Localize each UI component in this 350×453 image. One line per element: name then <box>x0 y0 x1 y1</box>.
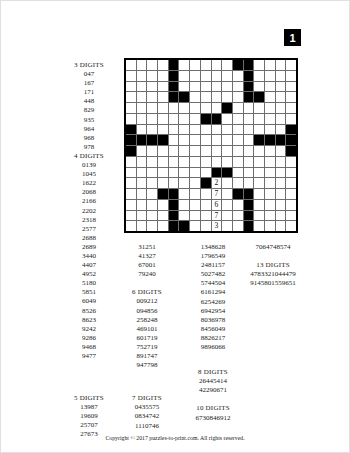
grid-cell <box>212 157 222 167</box>
digit-group: 3 DIGITS047167171448829935964968978 <box>59 61 119 152</box>
grid-cell <box>276 221 286 231</box>
grid-cell-black <box>169 200 179 210</box>
grid-cell-given: 7 <box>212 211 222 221</box>
grid-cell-black <box>244 189 254 199</box>
fill-in-number: 094856 <box>119 307 175 316</box>
grid-cell <box>276 103 286 113</box>
grid-cell <box>190 114 200 124</box>
grid-cell <box>286 168 296 178</box>
fill-in-number: 31251 <box>119 243 175 252</box>
fill-in-number: 935 <box>59 116 119 125</box>
digit-group: 1348628179654924811575027482574450461612… <box>183 243 243 352</box>
grid-cell <box>286 211 296 221</box>
grid-cell <box>147 114 157 124</box>
digit-group: 5 DIGITS13987196092570727673 <box>59 394 119 439</box>
grid-cell <box>147 82 157 92</box>
grid-cell <box>126 211 136 221</box>
grid-cell-black <box>201 114 211 124</box>
grid-cell <box>137 168 147 178</box>
grid-cell <box>158 178 168 188</box>
grid-cell <box>254 168 264 178</box>
grid-cell <box>158 103 168 113</box>
grid-cell-black <box>244 60 254 70</box>
grid-cell-black <box>254 92 264 102</box>
fill-in-number: 0834742 <box>119 412 175 421</box>
grid-cell <box>222 200 232 210</box>
grid-cell <box>254 200 264 210</box>
grid-cell <box>201 157 211 167</box>
grid-cell <box>179 146 189 156</box>
grid-cell <box>137 60 147 70</box>
fill-in-number: 6049 <box>59 297 119 306</box>
grid-cell <box>254 157 264 167</box>
fill-in-number: 167 <box>59 79 119 88</box>
fill-in-number: 009212 <box>119 297 175 306</box>
fill-in-number: 5744504 <box>183 279 243 288</box>
grid-cell-black <box>137 135 147 145</box>
grid-cell <box>190 146 200 156</box>
grid-cell <box>201 200 211 210</box>
grid-cell <box>147 211 157 221</box>
grid-cell <box>254 114 264 124</box>
grid-cell-black <box>169 92 179 102</box>
copyright-line: Copyright © 2017 puzzles-to-print.com. A… <box>1 435 349 441</box>
grid-cell <box>169 103 179 113</box>
digit-group: 31251413276700179240 <box>119 243 175 279</box>
fill-in-number: 601719 <box>119 334 175 343</box>
grid-cell <box>126 60 136 70</box>
grid-cell-black <box>244 200 254 210</box>
grid-cell-black <box>158 135 168 145</box>
grid-cell-black <box>169 211 179 221</box>
grid-cell <box>201 71 211 81</box>
fill-in-number: 1622 <box>59 179 119 188</box>
grid-cell <box>276 200 286 210</box>
fill-in-number: 964 <box>59 125 119 134</box>
grid-cell <box>222 146 232 156</box>
grid-cell-given: 2 <box>212 178 222 188</box>
grid-cell <box>147 157 157 167</box>
grid-cell <box>179 211 189 221</box>
fill-in-number: 1045 <box>59 170 119 179</box>
grid-cell <box>158 125 168 135</box>
grid-cell <box>276 82 286 92</box>
grid-cell <box>233 125 243 135</box>
grid-cell <box>233 82 243 92</box>
grid-cell <box>158 146 168 156</box>
grid-cell-given: 7 <box>212 189 222 199</box>
grid-cell <box>286 200 296 210</box>
grid-cell <box>201 60 211 70</box>
fill-in-number: 4407 <box>59 261 119 270</box>
grid-cell <box>276 60 286 70</box>
grid-cell <box>126 71 136 81</box>
fill-in-number: 8826217 <box>183 334 243 343</box>
grid-cell <box>212 125 222 135</box>
grid-cell <box>244 125 254 135</box>
grid-cell <box>137 157 147 167</box>
fill-in-number: 6254269 <box>183 298 243 307</box>
grid-cell <box>190 125 200 135</box>
fill-in-number: 2318 <box>59 216 119 225</box>
grid-cell <box>147 60 157 70</box>
grid-cell <box>190 71 200 81</box>
grid-cell-black <box>244 82 254 92</box>
grid-cell <box>233 211 243 221</box>
grid-cell <box>233 146 243 156</box>
grid-cell <box>244 114 254 124</box>
grid-cell <box>254 71 264 81</box>
grid-cell <box>276 178 286 188</box>
grid-cell <box>147 200 157 210</box>
digits-header: 7 DIGITS <box>119 394 175 403</box>
fill-in-number: 978 <box>59 143 119 152</box>
grid-cell <box>126 189 136 199</box>
grid-cell <box>222 157 232 167</box>
grid-cell <box>244 178 254 188</box>
grid-cell <box>126 103 136 113</box>
grid-cell <box>265 157 275 167</box>
digit-group: 7064748574 <box>235 243 311 252</box>
grid-cell <box>201 146 211 156</box>
fill-in-number: 2481157 <box>183 261 243 270</box>
grid-cell <box>265 60 275 70</box>
grid-cell-black <box>244 92 254 102</box>
grid-cell <box>190 92 200 102</box>
grid-cell <box>265 146 275 156</box>
grid-cell <box>147 189 157 199</box>
grid-cell <box>137 82 147 92</box>
grid-cell <box>179 178 189 188</box>
grid-cell <box>147 71 157 81</box>
grid-cell <box>254 178 264 188</box>
grid-cell <box>158 60 168 70</box>
grid-cell-black <box>169 60 179 70</box>
grid-cell <box>233 178 243 188</box>
grid-cell <box>169 135 179 145</box>
grid-cell <box>244 168 254 178</box>
grid-cell <box>286 221 296 231</box>
grid-cell-black <box>244 71 254 81</box>
fill-in-number: 67001 <box>119 261 175 270</box>
grid-cell <box>233 114 243 124</box>
grid-cell <box>137 71 147 81</box>
grid-cell <box>212 103 222 113</box>
grid-cell <box>276 157 286 167</box>
grid-cell <box>190 189 200 199</box>
digits-header: 13 DIGITS <box>235 261 311 270</box>
grid-cell-black <box>212 114 222 124</box>
grid-cell <box>222 221 232 231</box>
grid-cell <box>190 135 200 145</box>
grid-cell <box>137 114 147 124</box>
fill-in-number: 2689 <box>59 243 119 252</box>
number-list-column-1: 3 DIGITS0471671714488299359649689784 DIG… <box>59 61 119 440</box>
grid-cell <box>254 82 264 92</box>
grid-cell <box>158 168 168 178</box>
grid-cell <box>254 60 264 70</box>
grid-cell <box>169 157 179 167</box>
fill-in-number: 9145801559651 <box>235 279 311 288</box>
page-number: 1 <box>289 32 295 44</box>
grid-cell <box>201 211 211 221</box>
grid-cell <box>147 221 157 231</box>
grid-cell <box>276 114 286 124</box>
fill-in-number: 9896066 <box>183 343 243 352</box>
digit-group: 8 DIGITS2644541442290671 <box>183 368 243 395</box>
grid-cell <box>286 60 296 70</box>
grid-cell <box>212 146 222 156</box>
grid-cell <box>190 157 200 167</box>
grid-cell <box>265 125 275 135</box>
grid-cell-black <box>222 168 232 178</box>
grid-cell <box>169 114 179 124</box>
fill-in-number: 5027482 <box>183 270 243 279</box>
number-list-column-3: 1348628179654924811575027482574450461612… <box>183 243 243 423</box>
fill-in-number: 9242 <box>59 325 119 334</box>
grid-cell <box>179 82 189 92</box>
grid-cell-black <box>179 92 189 102</box>
grid-cell <box>212 60 222 70</box>
fill-in-number: 6730846912 <box>183 414 243 423</box>
fill-in-number: 5851 <box>59 288 119 297</box>
grid-cell <box>158 221 168 231</box>
digits-header: 6 DIGITS <box>119 288 175 297</box>
fill-in-number: 26445414 <box>183 377 243 386</box>
fill-in-number: 6942954 <box>183 307 243 316</box>
fill-in-number: 1110746 <box>119 422 175 431</box>
grid-cell <box>201 221 211 231</box>
fill-in-number: 047 <box>59 70 119 79</box>
grid-cell <box>137 189 147 199</box>
fill-in-number: 2688 <box>59 234 119 243</box>
grid-cell <box>179 157 189 167</box>
grid-cell <box>265 221 275 231</box>
grid-cell-given: 3 <box>212 221 222 231</box>
grid-cell-black <box>169 189 179 199</box>
grid-cell <box>190 200 200 210</box>
grid-cell-black <box>286 135 296 145</box>
grid-cell <box>190 168 200 178</box>
fill-in-number: 2068 <box>59 188 119 197</box>
digit-group: 4 DIGITS01391045162220682166220223182577… <box>59 152 119 361</box>
grid-cell <box>137 103 147 113</box>
grid-cell <box>222 211 232 221</box>
fill-in-number: 5180 <box>59 279 119 288</box>
grid-cell <box>137 221 147 231</box>
grid-cell <box>201 135 211 145</box>
fill-in-number: 8036978 <box>183 316 243 325</box>
grid-cell <box>254 211 264 221</box>
grid-cell <box>265 103 275 113</box>
fill-in-number: 9468 <box>59 343 119 352</box>
grid-cell-black <box>212 168 222 178</box>
grid-cell <box>190 221 200 231</box>
grid-cell <box>265 82 275 92</box>
grid-cell <box>158 92 168 102</box>
grid-cell-black <box>233 60 243 70</box>
grid-cell <box>222 60 232 70</box>
grid-cell <box>179 200 189 210</box>
grid-cell <box>147 146 157 156</box>
grid-cell <box>126 92 136 102</box>
grid-cell <box>158 157 168 167</box>
digit-group: 6 DIGITS00921209485625824846910160171975… <box>119 288 175 370</box>
puzzle-page: 1 27673 3 DIGITS047167171448829935964968… <box>0 0 350 453</box>
grid-cell <box>222 135 232 145</box>
grid-cell <box>286 92 296 102</box>
grid-cell <box>137 92 147 102</box>
grid-cell <box>286 157 296 167</box>
grid-cell-black <box>126 125 136 135</box>
grid-cell <box>222 114 232 124</box>
grid-cell <box>169 168 179 178</box>
fill-in-number: 41327 <box>119 252 175 261</box>
grid-cell <box>233 200 243 210</box>
grid-cell-black <box>169 71 179 81</box>
fill-in-number: 8526 <box>59 307 119 316</box>
grid-cell <box>254 221 264 231</box>
grid-cell <box>276 211 286 221</box>
fill-in-number: 448 <box>59 97 119 106</box>
fill-in-number: 4952 <box>59 270 119 279</box>
grid-cell <box>265 200 275 210</box>
grid-cell <box>126 157 136 167</box>
fill-in-number: 9286 <box>59 334 119 343</box>
grid-cell-black <box>179 221 189 231</box>
grid-cell <box>222 71 232 81</box>
grid-cell-black <box>265 135 275 145</box>
grid-cell <box>147 103 157 113</box>
grid-cell <box>276 71 286 81</box>
grid-cell <box>265 168 275 178</box>
fill-in-number: 0435575 <box>119 403 175 412</box>
fill-in-number: 469101 <box>119 325 175 334</box>
grid-cell <box>265 92 275 102</box>
grid-cell <box>126 82 136 92</box>
grid-cell <box>126 178 136 188</box>
fill-in-number: 8456049 <box>183 325 243 334</box>
grid-cell <box>201 189 211 199</box>
grid-cell <box>233 221 243 231</box>
grid-cell <box>137 200 147 210</box>
grid-cell-black <box>276 135 286 145</box>
grid-cell <box>169 146 179 156</box>
grid-cell <box>201 82 211 92</box>
fill-in-number: 9477 <box>59 352 119 361</box>
grid-cell <box>276 168 286 178</box>
fill-in-number: 13987 <box>59 403 119 412</box>
digit-group: 7 DIGITS043557508347421110746 <box>119 394 175 430</box>
grid-cell <box>212 135 222 145</box>
grid-cell <box>254 146 264 156</box>
grid-cell-black <box>201 178 211 188</box>
grid-cell <box>244 157 254 167</box>
grid-cell <box>126 114 136 124</box>
grid-cell <box>169 125 179 135</box>
grid-cell-black <box>169 82 179 92</box>
grid-cell <box>126 200 136 210</box>
grid-cell <box>222 82 232 92</box>
digits-header: 8 DIGITS <box>183 368 243 377</box>
grid-cell <box>179 168 189 178</box>
fill-in-number: 258248 <box>119 316 175 325</box>
grid-cell <box>286 189 296 199</box>
fill-in-number: 4783321044479 <box>235 270 311 279</box>
grid-cell <box>179 114 189 124</box>
grid-cell <box>254 125 264 135</box>
grid-cell <box>265 211 275 221</box>
fill-in-number: 1796549 <box>183 252 243 261</box>
grid-cell <box>179 60 189 70</box>
grid-cell <box>244 135 254 145</box>
grid-cell <box>212 82 222 92</box>
grid-cell <box>254 189 264 199</box>
grid-cell <box>276 146 286 156</box>
grid-cell <box>147 168 157 178</box>
grid-cell <box>222 189 232 199</box>
grid-cell-black <box>286 125 296 135</box>
grid-cell <box>265 189 275 199</box>
fill-in-number: 6161294 <box>183 288 243 297</box>
grid-cell <box>201 168 211 178</box>
grid-cell-black <box>233 189 243 199</box>
fill-in-number: 7064748574 <box>235 243 311 252</box>
grid-cell <box>244 146 254 156</box>
fill-in-number: 8623 <box>59 316 119 325</box>
grid-cell-given: 6 <box>212 200 222 210</box>
fill-in-number: 19609 <box>59 412 119 421</box>
fill-in-number: 1348628 <box>183 243 243 252</box>
grid-cell <box>276 125 286 135</box>
number-list-column-4: 706474857413 DIGITS478332104447991458015… <box>235 243 311 288</box>
digit-group: 13 DIGITS47833210444799145801559651 <box>235 261 311 288</box>
fill-in-number: 891747 <box>119 352 175 361</box>
grid-cell <box>212 92 222 102</box>
grid-cell <box>222 178 232 188</box>
grid-cell-black <box>254 135 264 145</box>
grid-cell-black <box>158 189 168 199</box>
digits-header: 5 DIGITS <box>59 394 119 403</box>
grid-cell <box>286 114 296 124</box>
grid-cell <box>190 103 200 113</box>
fill-in-number: 2577 <box>59 225 119 234</box>
grid-cell-black <box>222 103 232 113</box>
grid-cell <box>190 178 200 188</box>
grid-cell <box>265 71 275 81</box>
grid-cell <box>190 60 200 70</box>
grid-cell <box>126 168 136 178</box>
digits-header: 3 DIGITS <box>59 61 119 70</box>
grid-cell <box>233 92 243 102</box>
grid-cell <box>276 189 286 199</box>
grid-cell <box>201 92 211 102</box>
grid-cell <box>137 125 147 135</box>
grid-cell-black <box>147 135 157 145</box>
grid-cell <box>212 71 222 81</box>
grid-cell <box>137 178 147 188</box>
page-number-badge: 1 <box>284 29 301 46</box>
grid-cell <box>286 103 296 113</box>
grid-cell <box>158 211 168 221</box>
grid-cell <box>126 221 136 231</box>
grid-cell-black <box>244 211 254 221</box>
grid-cell <box>158 114 168 124</box>
grid-cell <box>158 200 168 210</box>
number-list-column-2: 312514132767001792406 DIGITS009212094856… <box>119 243 175 431</box>
grid-cell <box>147 92 157 102</box>
fill-in-number: 2202 <box>59 207 119 216</box>
